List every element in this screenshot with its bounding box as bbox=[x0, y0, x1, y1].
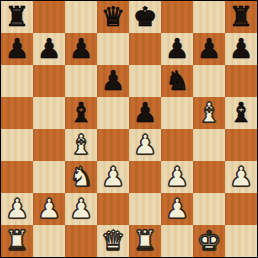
square-e8[interactable]: ♚ bbox=[129, 1, 161, 33]
square-h8[interactable]: ♜ bbox=[225, 1, 257, 33]
chess-board: ♜♛♚♜♟♟♟♟♟♟♟♞♝♟♝♝♝♟♞♟♟♟♟♟♟♟♜♛♜♚ bbox=[0, 0, 258, 258]
square-e7[interactable] bbox=[129, 33, 161, 65]
square-b2[interactable]: ♟ bbox=[33, 193, 65, 225]
square-f4[interactable] bbox=[161, 129, 193, 161]
piece-black-pawn: ♟ bbox=[133, 97, 157, 129]
square-g1[interactable]: ♚ bbox=[193, 225, 225, 257]
square-b5[interactable] bbox=[33, 97, 65, 129]
square-d2[interactable] bbox=[97, 193, 129, 225]
square-e6[interactable] bbox=[129, 65, 161, 97]
piece-white-pawn: ♟ bbox=[165, 161, 189, 193]
piece-white-bishop: ♝ bbox=[69, 129, 93, 161]
square-f5[interactable] bbox=[161, 97, 193, 129]
square-b6[interactable] bbox=[33, 65, 65, 97]
piece-black-pawn: ♟ bbox=[37, 33, 61, 65]
square-g6[interactable] bbox=[193, 65, 225, 97]
piece-black-rook: ♜ bbox=[5, 1, 29, 33]
square-g2[interactable] bbox=[193, 193, 225, 225]
square-e1[interactable]: ♜ bbox=[129, 225, 161, 257]
square-a6[interactable] bbox=[1, 65, 33, 97]
square-b8[interactable] bbox=[33, 1, 65, 33]
square-g4[interactable] bbox=[193, 129, 225, 161]
square-d4[interactable] bbox=[97, 129, 129, 161]
piece-black-pawn: ♟ bbox=[101, 65, 125, 97]
piece-white-pawn: ♟ bbox=[229, 161, 253, 193]
piece-black-bishop: ♝ bbox=[69, 97, 93, 129]
square-c3[interactable]: ♞ bbox=[65, 161, 97, 193]
square-f2[interactable]: ♟ bbox=[161, 193, 193, 225]
piece-black-pawn: ♟ bbox=[165, 33, 189, 65]
square-g8[interactable] bbox=[193, 1, 225, 33]
piece-white-pawn: ♟ bbox=[101, 161, 125, 193]
piece-white-pawn: ♟ bbox=[5, 193, 29, 225]
piece-white-bishop: ♝ bbox=[197, 97, 221, 129]
piece-white-pawn: ♟ bbox=[69, 193, 93, 225]
square-d7[interactable] bbox=[97, 33, 129, 65]
square-f6[interactable]: ♞ bbox=[161, 65, 193, 97]
square-c8[interactable] bbox=[65, 1, 97, 33]
square-d3[interactable]: ♟ bbox=[97, 161, 129, 193]
square-h2[interactable] bbox=[225, 193, 257, 225]
square-g5[interactable]: ♝ bbox=[193, 97, 225, 129]
square-b4[interactable] bbox=[33, 129, 65, 161]
piece-black-pawn: ♟ bbox=[5, 33, 29, 65]
square-b1[interactable] bbox=[33, 225, 65, 257]
square-a5[interactable] bbox=[1, 97, 33, 129]
piece-white-knight: ♞ bbox=[69, 161, 93, 193]
piece-white-pawn: ♟ bbox=[37, 193, 61, 225]
piece-white-rook: ♜ bbox=[133, 225, 157, 257]
square-f7[interactable]: ♟ bbox=[161, 33, 193, 65]
piece-black-pawn: ♟ bbox=[197, 33, 221, 65]
square-a7[interactable]: ♟ bbox=[1, 33, 33, 65]
square-h6[interactable] bbox=[225, 65, 257, 97]
piece-black-pawn: ♟ bbox=[69, 33, 93, 65]
square-c2[interactable]: ♟ bbox=[65, 193, 97, 225]
square-a3[interactable] bbox=[1, 161, 33, 193]
square-a4[interactable] bbox=[1, 129, 33, 161]
square-c1[interactable] bbox=[65, 225, 97, 257]
square-h3[interactable]: ♟ bbox=[225, 161, 257, 193]
square-e3[interactable] bbox=[129, 161, 161, 193]
piece-black-king: ♚ bbox=[133, 1, 157, 33]
square-e2[interactable] bbox=[129, 193, 161, 225]
square-h4[interactable] bbox=[225, 129, 257, 161]
piece-white-pawn: ♟ bbox=[133, 129, 157, 161]
square-d6[interactable]: ♟ bbox=[97, 65, 129, 97]
piece-white-queen: ♛ bbox=[101, 225, 125, 257]
piece-white-king: ♚ bbox=[197, 225, 221, 257]
square-a2[interactable]: ♟ bbox=[1, 193, 33, 225]
square-f3[interactable]: ♟ bbox=[161, 161, 193, 193]
square-c5[interactable]: ♝ bbox=[65, 97, 97, 129]
square-h7[interactable]: ♟ bbox=[225, 33, 257, 65]
piece-black-rook: ♜ bbox=[229, 1, 253, 33]
square-c6[interactable] bbox=[65, 65, 97, 97]
square-e4[interactable]: ♟ bbox=[129, 129, 161, 161]
square-c4[interactable]: ♝ bbox=[65, 129, 97, 161]
square-h5[interactable]: ♝ bbox=[225, 97, 257, 129]
square-h1[interactable] bbox=[225, 225, 257, 257]
piece-black-pawn: ♟ bbox=[229, 33, 253, 65]
square-d5[interactable] bbox=[97, 97, 129, 129]
square-a1[interactable]: ♜ bbox=[1, 225, 33, 257]
piece-white-rook: ♜ bbox=[5, 225, 29, 257]
piece-black-knight: ♞ bbox=[165, 65, 189, 97]
square-a8[interactable]: ♜ bbox=[1, 1, 33, 33]
square-g7[interactable]: ♟ bbox=[193, 33, 225, 65]
square-g3[interactable] bbox=[193, 161, 225, 193]
square-c7[interactable]: ♟ bbox=[65, 33, 97, 65]
square-d1[interactable]: ♛ bbox=[97, 225, 129, 257]
square-d8[interactable]: ♛ bbox=[97, 1, 129, 33]
square-f8[interactable] bbox=[161, 1, 193, 33]
piece-black-queen: ♛ bbox=[101, 1, 125, 33]
square-f1[interactable] bbox=[161, 225, 193, 257]
square-b7[interactable]: ♟ bbox=[33, 33, 65, 65]
square-e5[interactable]: ♟ bbox=[129, 97, 161, 129]
piece-white-pawn: ♟ bbox=[165, 193, 189, 225]
piece-black-bishop: ♝ bbox=[229, 97, 253, 129]
square-b3[interactable] bbox=[33, 161, 65, 193]
